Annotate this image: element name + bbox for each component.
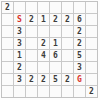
cell-r5c1[interactable]: 2 — [14, 62, 25, 73]
cell-r0c7[interactable] — [86, 2, 97, 13]
cell-r0c0[interactable]: 2 — [2, 2, 13, 13]
cell-r3c3[interactable]: 2 — [38, 38, 49, 49]
cell-r5c3[interactable] — [38, 62, 49, 73]
cell-r0c6[interactable] — [74, 2, 85, 13]
clue-number: 1 — [41, 15, 46, 23]
clue-number: 2 — [65, 75, 70, 83]
cell-r4c2[interactable] — [26, 50, 37, 61]
clue-number: 5 — [77, 51, 82, 59]
cell-r6c4[interactable]: 5 — [50, 74, 61, 85]
cell-r1c6[interactable]: 6 — [74, 14, 85, 25]
cell-r2c6[interactable]: 2 — [74, 26, 85, 37]
clue-number: 2 — [41, 39, 46, 47]
clue-number: 4 — [41, 51, 46, 59]
cell-r4c0[interactable] — [2, 50, 13, 61]
clue-number: 6 — [77, 15, 82, 23]
clue-number: 2 — [29, 75, 34, 83]
cell-r3c4[interactable]: 1 — [50, 38, 61, 49]
cell-r3c6[interactable]: 2 — [74, 38, 85, 49]
cell-r0c3[interactable] — [38, 2, 49, 13]
cell-r7c1[interactable] — [14, 86, 25, 97]
cell-r1c2[interactable]: 2 — [26, 14, 37, 25]
cell-r2c7[interactable] — [86, 26, 97, 37]
cell-r2c2[interactable] — [26, 26, 37, 37]
clue-number: 2 — [77, 39, 82, 47]
cell-r5c5[interactable] — [62, 62, 73, 73]
cell-r2c4[interactable] — [50, 26, 61, 37]
cell-r6c7[interactable] — [86, 74, 97, 85]
clue-number: 2 — [89, 87, 94, 95]
cell-r6c5[interactable]: 2 — [62, 74, 73, 85]
cell-r4c4[interactable]: 6 — [50, 50, 61, 61]
cell-r2c0[interactable] — [2, 26, 13, 37]
clue-number: 1 — [53, 39, 58, 47]
cell-r0c2[interactable] — [26, 2, 37, 13]
cell-r6c2[interactable]: 2 — [26, 74, 37, 85]
cell-r4c3[interactable]: 4 — [38, 50, 49, 61]
cell-r1c0[interactable] — [2, 14, 13, 25]
cell-r7c0[interactable] — [2, 86, 13, 97]
cell-r6c6[interactable]: G — [74, 74, 85, 85]
cell-r3c2[interactable] — [26, 38, 37, 49]
cell-r7c3[interactable] — [38, 86, 49, 97]
clue-number: 2 — [41, 75, 46, 83]
clue-number: 2 — [77, 27, 82, 35]
clue-number: 3 — [17, 27, 22, 35]
puzzle-page: 2S2122632321214652332252G2 — [0, 0, 100, 100]
clue-number: 1 — [17, 51, 22, 59]
cell-r1c3[interactable]: 1 — [38, 14, 49, 25]
clue-number: 5 — [53, 75, 58, 83]
puzzle-board: 2S2122632321214652332252G2 — [1, 1, 98, 98]
clue-number: 3 — [17, 39, 22, 47]
cell-r2c1[interactable]: 3 — [14, 26, 25, 37]
clue-number: 2 — [65, 15, 70, 23]
cell-r3c7[interactable] — [86, 38, 97, 49]
cell-r1c7[interactable] — [86, 14, 97, 25]
clue-number: 2 — [5, 3, 10, 11]
clue-number: 2 — [29, 15, 34, 23]
cell-r6c1[interactable]: 3 — [14, 74, 25, 85]
clue-number: 6 — [53, 51, 58, 59]
cell-r7c4[interactable] — [50, 86, 61, 97]
cell-r4c5[interactable] — [62, 50, 73, 61]
goal-marker: G — [77, 75, 82, 83]
cell-r4c1[interactable]: 1 — [14, 50, 25, 61]
cell-r0c5[interactable] — [62, 2, 73, 13]
cell-r7c6[interactable] — [74, 86, 85, 97]
start-marker: S — [17, 15, 22, 23]
cell-r5c7[interactable] — [86, 62, 97, 73]
cell-r6c0[interactable] — [2, 74, 13, 85]
cell-r0c1[interactable] — [14, 2, 25, 13]
cell-r1c1[interactable]: S — [14, 14, 25, 25]
clue-number: 3 — [77, 63, 82, 71]
clue-number: 2 — [53, 15, 58, 23]
cell-r2c3[interactable] — [38, 26, 49, 37]
cell-r5c4[interactable] — [50, 62, 61, 73]
cell-r3c1[interactable]: 3 — [14, 38, 25, 49]
cell-r7c2[interactable] — [26, 86, 37, 97]
cell-r3c0[interactable] — [2, 38, 13, 49]
cell-r3c5[interactable] — [62, 38, 73, 49]
cell-r5c6[interactable]: 3 — [74, 62, 85, 73]
cell-r5c0[interactable] — [2, 62, 13, 73]
cell-r7c7[interactable]: 2 — [86, 86, 97, 97]
cell-r4c6[interactable]: 5 — [74, 50, 85, 61]
cell-r5c2[interactable] — [26, 62, 37, 73]
clue-number: 3 — [17, 75, 22, 83]
cell-r2c5[interactable] — [62, 26, 73, 37]
cell-r1c5[interactable]: 2 — [62, 14, 73, 25]
clue-number: 2 — [17, 63, 22, 71]
cell-r1c4[interactable]: 2 — [50, 14, 61, 25]
cell-r6c3[interactable]: 2 — [38, 74, 49, 85]
cell-r7c5[interactable] — [62, 86, 73, 97]
cell-r4c7[interactable] — [86, 50, 97, 61]
cell-r0c4[interactable] — [50, 2, 61, 13]
